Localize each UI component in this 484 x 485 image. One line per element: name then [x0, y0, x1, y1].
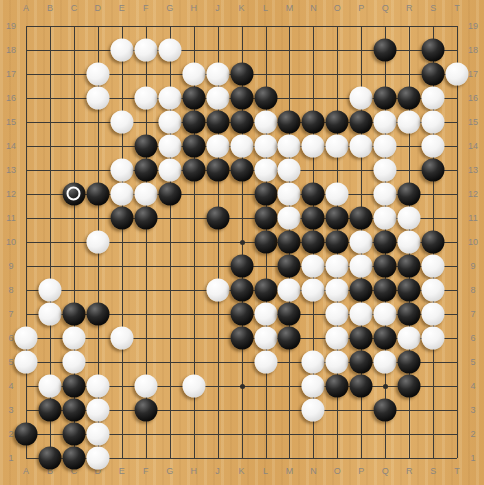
white-stone-L13	[254, 159, 277, 182]
white-stone-O6	[326, 327, 349, 350]
last-move-marker	[66, 187, 80, 201]
white-stone-F4	[134, 375, 157, 398]
white-stone-S9	[422, 255, 445, 278]
column-label-top: D	[95, 4, 102, 13]
column-label-bottom: O	[334, 467, 341, 476]
black-stone-G12	[158, 183, 181, 206]
black-stone-R8	[398, 279, 421, 302]
black-stone-F11	[134, 207, 157, 230]
white-stone-L7	[254, 303, 277, 326]
row-label-left: 14	[6, 142, 16, 151]
black-stone-F14	[134, 135, 157, 158]
black-stone-M7	[278, 303, 301, 326]
black-stone-L12	[254, 183, 277, 206]
black-stone-N15	[302, 111, 325, 134]
white-stone-S15	[422, 111, 445, 134]
black-stone-N12	[302, 183, 325, 206]
white-stone-J17	[206, 63, 229, 86]
row-label-right: 14	[468, 142, 478, 151]
column-label-top: B	[47, 4, 53, 13]
black-stone-P5	[350, 351, 373, 374]
column-label-top: H	[190, 4, 197, 13]
black-stone-L16	[254, 87, 277, 110]
black-stone-R5	[398, 351, 421, 374]
white-stone-M11	[278, 207, 301, 230]
go-board[interactable]: AABBCCDDEEFFGGHHJJKKLLMMNNOOPPQQRRSSTT19…	[0, 0, 484, 485]
column-label-bottom: H	[190, 467, 197, 476]
column-label-bottom: G	[166, 467, 173, 476]
white-stone-S8	[422, 279, 445, 302]
black-stone-K16	[230, 87, 253, 110]
column-label-top: G	[166, 4, 173, 13]
row-label-right: 12	[468, 190, 478, 199]
white-stone-A6	[15, 327, 38, 350]
black-stone-D12	[86, 183, 109, 206]
black-stone-M10	[278, 231, 301, 254]
white-stone-R15	[398, 111, 421, 134]
white-stone-G18	[158, 39, 181, 62]
white-stone-K14	[230, 135, 253, 158]
column-label-bottom: P	[358, 467, 364, 476]
black-stone-B3	[38, 399, 61, 422]
white-stone-O14	[326, 135, 349, 158]
white-stone-O8	[326, 279, 349, 302]
white-stone-G13	[158, 159, 181, 182]
white-stone-Q15	[374, 111, 397, 134]
row-label-left: 6	[8, 334, 13, 343]
star-point	[240, 240, 245, 245]
black-stone-R16	[398, 87, 421, 110]
white-stone-O9	[326, 255, 349, 278]
black-stone-K13	[230, 159, 253, 182]
row-label-right: 15	[468, 118, 478, 127]
black-stone-J13	[206, 159, 229, 182]
white-stone-Q13	[374, 159, 397, 182]
row-label-right: 9	[470, 262, 475, 271]
black-stone-K7	[230, 303, 253, 326]
column-label-top: R	[406, 4, 413, 13]
white-stone-C5	[62, 351, 85, 374]
black-stone-Q6	[374, 327, 397, 350]
white-stone-B8	[38, 279, 61, 302]
white-stone-D3	[86, 399, 109, 422]
column-label-top: F	[143, 4, 149, 13]
row-label-right: 3	[470, 406, 475, 415]
black-stone-N11	[302, 207, 325, 230]
white-stone-E13	[110, 159, 133, 182]
black-stone-M9	[278, 255, 301, 278]
black-stone-R7	[398, 303, 421, 326]
black-stone-J11	[206, 207, 229, 230]
white-stone-O5	[326, 351, 349, 374]
row-label-left: 8	[8, 286, 13, 295]
black-stone-S10	[422, 231, 445, 254]
black-stone-L11	[254, 207, 277, 230]
row-label-left: 4	[8, 382, 13, 391]
black-stone-D7	[86, 303, 109, 326]
column-label-top: K	[239, 4, 245, 13]
column-label-top: T	[454, 4, 460, 13]
column-label-top: M	[286, 4, 294, 13]
black-stone-L8	[254, 279, 277, 302]
row-label-right: 19	[468, 22, 478, 31]
black-stone-M6	[278, 327, 301, 350]
row-label-left: 17	[6, 70, 16, 79]
white-stone-P10	[350, 231, 373, 254]
white-stone-A5	[15, 351, 38, 374]
black-stone-Q16	[374, 87, 397, 110]
black-stone-P4	[350, 375, 373, 398]
row-label-left: 12	[6, 190, 16, 199]
white-stone-P9	[350, 255, 373, 278]
white-stone-M12	[278, 183, 301, 206]
white-stone-D2	[86, 423, 109, 446]
row-label-right: 7	[470, 310, 475, 319]
column-label-bottom: L	[263, 467, 268, 476]
black-stone-S18	[422, 39, 445, 62]
black-stone-O4	[326, 375, 349, 398]
column-label-bottom: E	[119, 467, 125, 476]
black-stone-E11	[110, 207, 133, 230]
column-label-bottom: A	[23, 467, 29, 476]
white-stone-H4	[182, 375, 205, 398]
white-stone-Q5	[374, 351, 397, 374]
row-label-left: 2	[8, 430, 13, 439]
white-stone-L14	[254, 135, 277, 158]
black-stone-C4	[62, 375, 85, 398]
black-stone-A2	[15, 423, 38, 446]
white-stone-F12	[134, 183, 157, 206]
white-stone-P14	[350, 135, 373, 158]
row-label-left: 5	[8, 358, 13, 367]
black-stone-O10	[326, 231, 349, 254]
row-label-right: 8	[470, 286, 475, 295]
white-stone-P16	[350, 87, 373, 110]
black-stone-F3	[134, 399, 157, 422]
white-stone-S16	[422, 87, 445, 110]
column-label-top: S	[430, 4, 436, 13]
black-stone-Q9	[374, 255, 397, 278]
white-stone-L15	[254, 111, 277, 134]
black-stone-H16	[182, 87, 205, 110]
white-stone-N14	[302, 135, 325, 158]
white-stone-C6	[62, 327, 85, 350]
white-stone-Q12	[374, 183, 397, 206]
row-label-left: 9	[8, 262, 13, 271]
white-stone-L6	[254, 327, 277, 350]
white-stone-M8	[278, 279, 301, 302]
row-label-left: 7	[8, 310, 13, 319]
black-stone-C3	[62, 399, 85, 422]
white-stone-R6	[398, 327, 421, 350]
black-stone-P6	[350, 327, 373, 350]
row-label-left: 1	[8, 454, 13, 463]
row-label-right: 5	[470, 358, 475, 367]
black-stone-Q8	[374, 279, 397, 302]
row-label-right: 13	[468, 166, 478, 175]
white-stone-T17	[446, 63, 469, 86]
white-stone-G14	[158, 135, 181, 158]
white-stone-S7	[422, 303, 445, 326]
white-stone-D10	[86, 231, 109, 254]
column-label-top: C	[71, 4, 78, 13]
white-stone-Q14	[374, 135, 397, 158]
white-stone-N5	[302, 351, 325, 374]
white-stone-J16	[206, 87, 229, 110]
black-stone-P11	[350, 207, 373, 230]
white-stone-B4	[38, 375, 61, 398]
white-stone-B7	[38, 303, 61, 326]
black-stone-H15	[182, 111, 205, 134]
black-stone-C1	[62, 447, 85, 470]
black-stone-C2	[62, 423, 85, 446]
black-stone-H13	[182, 159, 205, 182]
white-stone-N3	[302, 399, 325, 422]
grid-line-vertical	[457, 26, 458, 458]
row-label-left: 3	[8, 406, 13, 415]
column-label-top: N	[310, 4, 317, 13]
black-stone-H14	[182, 135, 205, 158]
row-label-left: 11	[6, 214, 15, 223]
white-stone-G15	[158, 111, 181, 134]
black-stone-R9	[398, 255, 421, 278]
black-stone-N10	[302, 231, 325, 254]
black-stone-K6	[230, 327, 253, 350]
white-stone-F16	[134, 87, 157, 110]
black-stone-B1	[38, 447, 61, 470]
white-stone-D17	[86, 63, 109, 86]
black-stone-K9	[230, 255, 253, 278]
column-label-bottom: R	[406, 467, 413, 476]
black-stone-R12	[398, 183, 421, 206]
white-stone-F18	[134, 39, 157, 62]
row-label-right: 4	[470, 382, 475, 391]
column-label-bottom: J	[215, 467, 220, 476]
column-label-bottom: Q	[382, 467, 389, 476]
row-label-left: 19	[6, 22, 16, 31]
black-stone-K8	[230, 279, 253, 302]
black-stone-K17	[230, 63, 253, 86]
black-stone-R4	[398, 375, 421, 398]
row-label-right: 16	[468, 94, 478, 103]
column-label-bottom: F	[143, 467, 149, 476]
white-stone-N9	[302, 255, 325, 278]
column-label-bottom: N	[310, 467, 317, 476]
white-stone-E18	[110, 39, 133, 62]
white-stone-E15	[110, 111, 133, 134]
black-stone-S13	[422, 159, 445, 182]
white-stone-D4	[86, 375, 109, 398]
white-stone-P7	[350, 303, 373, 326]
white-stone-Q11	[374, 207, 397, 230]
row-label-left: 13	[6, 166, 16, 175]
column-label-top: P	[358, 4, 364, 13]
column-label-bottom: M	[286, 467, 294, 476]
column-label-top: L	[263, 4, 268, 13]
white-stone-M14	[278, 135, 301, 158]
white-stone-Q7	[374, 303, 397, 326]
black-stone-Q3	[374, 399, 397, 422]
row-label-left: 15	[6, 118, 16, 127]
white-stone-R10	[398, 231, 421, 254]
white-stone-L5	[254, 351, 277, 374]
black-stone-P8	[350, 279, 373, 302]
white-stone-E6	[110, 327, 133, 350]
black-stone-Q10	[374, 231, 397, 254]
black-stone-K15	[230, 111, 253, 134]
row-label-right: 2	[470, 430, 475, 439]
black-stone-C7	[62, 303, 85, 326]
row-label-left: 18	[6, 46, 16, 55]
white-stone-H17	[182, 63, 205, 86]
column-label-bottom: T	[454, 467, 460, 476]
white-stone-D16	[86, 87, 109, 110]
black-stone-F13	[134, 159, 157, 182]
black-stone-L10	[254, 231, 277, 254]
white-stone-N8	[302, 279, 325, 302]
row-label-right: 17	[468, 70, 478, 79]
white-stone-O7	[326, 303, 349, 326]
white-stone-J14	[206, 135, 229, 158]
row-label-right: 10	[468, 238, 478, 247]
white-stone-M13	[278, 159, 301, 182]
column-label-top: E	[119, 4, 125, 13]
row-label-right: 18	[468, 46, 478, 55]
column-label-bottom: S	[430, 467, 436, 476]
star-point	[240, 384, 245, 389]
black-stone-S17	[422, 63, 445, 86]
white-stone-S6	[422, 327, 445, 350]
black-stone-J15	[206, 111, 229, 134]
black-stone-P15	[350, 111, 373, 134]
column-label-bottom: K	[239, 467, 245, 476]
column-label-top: O	[334, 4, 341, 13]
white-stone-E12	[110, 183, 133, 206]
black-stone-M15	[278, 111, 301, 134]
column-label-top: Q	[382, 4, 389, 13]
white-stone-S14	[422, 135, 445, 158]
row-label-right: 11	[468, 214, 477, 223]
white-stone-O12	[326, 183, 349, 206]
white-stone-R11	[398, 207, 421, 230]
white-stone-G16	[158, 87, 181, 110]
white-stone-N4	[302, 375, 325, 398]
white-stone-D1	[86, 447, 109, 470]
black-stone-Q18	[374, 39, 397, 62]
row-label-right: 1	[470, 454, 475, 463]
column-label-top: A	[23, 4, 29, 13]
row-label-left: 16	[6, 94, 16, 103]
row-label-right: 6	[470, 334, 475, 343]
black-stone-O15	[326, 111, 349, 134]
row-label-left: 10	[6, 238, 16, 247]
white-stone-J8	[206, 279, 229, 302]
black-stone-O11	[326, 207, 349, 230]
column-label-top: J	[215, 4, 220, 13]
star-point	[383, 384, 388, 389]
